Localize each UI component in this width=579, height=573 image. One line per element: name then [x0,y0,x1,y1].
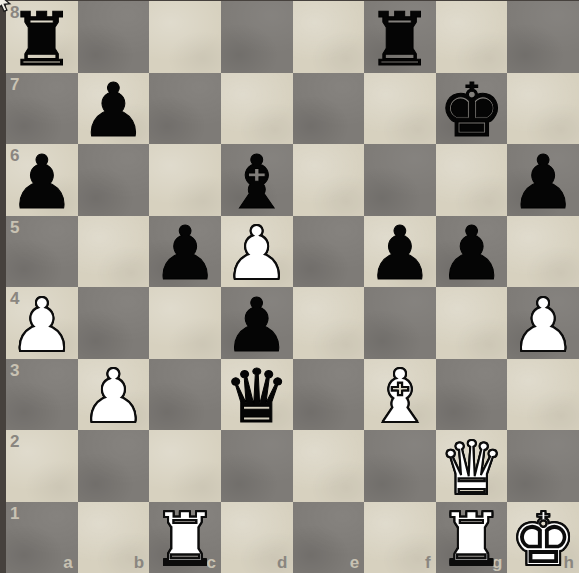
piece-black-pawn[interactable]: ♟ [221,289,293,361]
square-b6[interactable] [78,144,150,216]
rank-label-1: 1 [10,505,19,522]
square-g5[interactable]: ♟ [436,216,508,288]
square-f8[interactable]: ♜ [364,1,436,73]
piece-white-king[interactable]: ♚ [507,504,579,573]
file-label-b: b [134,554,144,571]
square-b5[interactable] [78,216,150,288]
file-label-f: f [425,554,431,571]
square-g4[interactable] [436,287,508,359]
square-b2[interactable] [78,430,150,502]
square-c6[interactable] [149,144,221,216]
rank-label-2: 2 [10,433,19,450]
square-e6[interactable] [293,144,365,216]
square-e5[interactable] [293,216,365,288]
piece-white-pawn[interactable]: ♟ [6,289,78,361]
square-h5[interactable] [507,216,579,288]
square-e2[interactable] [293,430,365,502]
file-label-a: a [63,554,72,571]
piece-white-bishop[interactable]: ♝ [364,361,436,433]
board-grid: 8♜♜7♟♚6♟♝♟5♟♟♟♟4♟♟♟3♟♛♝2♛1abc♜defg♜h♚ [6,1,579,573]
square-h7[interactable] [507,73,579,145]
piece-white-pawn[interactable]: ♟ [221,218,293,290]
square-e7[interactable] [293,73,365,145]
piece-black-king[interactable]: ♚ [436,75,508,147]
square-d5[interactable]: ♟ [221,216,293,288]
piece-black-pawn[interactable]: ♟ [436,218,508,290]
square-b7[interactable]: ♟ [78,73,150,145]
square-d2[interactable] [221,430,293,502]
square-f3[interactable]: ♝ [364,359,436,431]
square-e3[interactable] [293,359,365,431]
square-f1[interactable]: f [364,502,436,573]
square-a2[interactable]: 2 [6,430,78,502]
square-f7[interactable] [364,73,436,145]
square-g8[interactable] [436,1,508,73]
square-c4[interactable] [149,287,221,359]
square-a1[interactable]: 1a [6,502,78,573]
square-h3[interactable] [507,359,579,431]
piece-black-bishop[interactable]: ♝ [221,146,293,218]
square-d8[interactable] [221,1,293,73]
piece-white-pawn[interactable]: ♟ [78,361,150,433]
square-e4[interactable] [293,287,365,359]
square-c2[interactable] [149,430,221,502]
square-d7[interactable] [221,73,293,145]
square-a5[interactable]: 5 [6,216,78,288]
square-g2[interactable]: ♛ [436,430,508,502]
piece-black-pawn[interactable]: ♟ [507,146,579,218]
square-c7[interactable] [149,73,221,145]
square-c5[interactable]: ♟ [149,216,221,288]
square-h1[interactable]: h♚ [507,502,579,573]
square-c3[interactable] [149,359,221,431]
square-d3[interactable]: ♛ [221,359,293,431]
square-f5[interactable]: ♟ [364,216,436,288]
square-b4[interactable] [78,287,150,359]
piece-black-pawn[interactable]: ♟ [149,218,221,290]
square-a6[interactable]: 6♟ [6,144,78,216]
file-label-e: e [350,554,359,571]
square-d1[interactable]: d [221,502,293,573]
piece-black-rook[interactable]: ♜ [364,3,436,75]
piece-white-rook[interactable]: ♜ [436,504,508,573]
square-b3[interactable]: ♟ [78,359,150,431]
square-g7[interactable]: ♚ [436,73,508,145]
square-e8[interactable] [293,1,365,73]
square-a7[interactable]: 7 [6,73,78,145]
square-b8[interactable] [78,1,150,73]
square-a3[interactable]: 3 [6,359,78,431]
square-a8[interactable]: 8♜ [6,1,78,73]
piece-black-pawn[interactable]: ♟ [364,218,436,290]
square-b1[interactable]: b [78,502,150,573]
file-label-d: d [277,554,287,571]
square-a4[interactable]: 4♟ [6,287,78,359]
square-f6[interactable] [364,144,436,216]
piece-black-pawn[interactable]: ♟ [6,146,78,218]
square-h8[interactable] [507,1,579,73]
rank-label-7: 7 [10,76,19,93]
square-d6[interactable]: ♝ [221,144,293,216]
piece-white-rook[interactable]: ♜ [149,504,221,573]
square-g1[interactable]: g♜ [436,502,508,573]
square-f2[interactable] [364,430,436,502]
square-c8[interactable] [149,1,221,73]
piece-white-pawn[interactable]: ♟ [507,289,579,361]
piece-white-queen[interactable]: ♛ [436,432,508,504]
square-g3[interactable] [436,359,508,431]
square-h2[interactable] [507,430,579,502]
rank-label-5: 5 [10,219,19,236]
square-h4[interactable]: ♟ [507,287,579,359]
square-d4[interactable]: ♟ [221,287,293,359]
chess-board: 8♜♜7♟♚6♟♝♟5♟♟♟♟4♟♟♟3♟♛♝2♛1abc♜defg♜h♚ [0,0,579,573]
rank-label-3: 3 [10,362,19,379]
piece-black-pawn[interactable]: ♟ [78,75,150,147]
piece-black-queen[interactable]: ♛ [221,361,293,433]
square-g6[interactable] [436,144,508,216]
square-e1[interactable]: e [293,502,365,573]
square-f4[interactable] [364,287,436,359]
piece-black-rook[interactable]: ♜ [6,3,78,75]
square-c1[interactable]: c♜ [149,502,221,573]
square-h6[interactable]: ♟ [507,144,579,216]
